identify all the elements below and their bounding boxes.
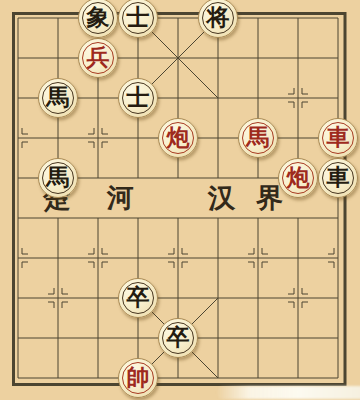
- piece-red-cannon[interactable]: 炮: [278, 158, 318, 198]
- piece-character: 卒: [167, 326, 190, 349]
- piece-black-general[interactable]: 将: [198, 0, 238, 38]
- piece-character: 炮: [287, 166, 310, 189]
- piece-character: 馬: [247, 126, 270, 149]
- piece-black-advisor[interactable]: 士: [118, 0, 158, 38]
- piece-character: 象: [87, 6, 110, 29]
- piece-black-elephant[interactable]: 象: [78, 0, 118, 38]
- piece-red-cannon[interactable]: 炮: [158, 118, 198, 158]
- piece-character: 炮: [167, 126, 190, 149]
- piece-character: 卒: [127, 286, 150, 309]
- piece-character: 帥: [127, 366, 150, 389]
- piece-black-soldier[interactable]: 卒: [158, 318, 198, 358]
- piece-character: 士: [127, 86, 150, 109]
- piece-character: 車: [327, 126, 350, 149]
- piece-black-horse[interactable]: 馬: [38, 78, 78, 118]
- piece-black-horse[interactable]: 馬: [38, 158, 78, 198]
- piece-red-horse[interactable]: 馬: [238, 118, 278, 158]
- piece-red-soldier[interactable]: 兵: [78, 38, 118, 78]
- piece-red-chariot[interactable]: 車: [318, 118, 358, 158]
- piece-red-general[interactable]: 帥: [118, 358, 158, 398]
- piece-character: 将: [207, 6, 230, 29]
- piece-character: 馬: [47, 166, 70, 189]
- piece-black-chariot[interactable]: 車: [318, 158, 358, 198]
- piece-black-advisor[interactable]: 士: [118, 78, 158, 118]
- piece-character: 車: [327, 166, 350, 189]
- piece-character: 馬: [47, 86, 70, 109]
- board-points: 象士将兵馬士炮馬車馬炮車卒卒帥: [0, 0, 358, 398]
- piece-character: 兵: [87, 46, 110, 69]
- xiangqi-board: 楚 河 汉 界 象士将兵馬士炮馬車馬炮車卒卒帥: [0, 0, 360, 400]
- piece-black-soldier[interactable]: 卒: [118, 278, 158, 318]
- piece-character: 士: [127, 6, 150, 29]
